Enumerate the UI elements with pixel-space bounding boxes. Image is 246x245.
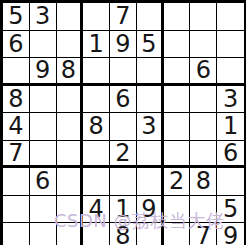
cell-r2c9[interactable] (217, 31, 244, 59)
cell-r5c7[interactable] (164, 113, 191, 141)
cell-r6c4[interactable] (83, 141, 110, 169)
cell-r7c6[interactable] (137, 168, 164, 196)
cell-r3c7[interactable] (164, 58, 191, 86)
cell-r5c3[interactable] (57, 113, 84, 141)
cell-r4c7[interactable] (164, 86, 191, 114)
cell-r6c7[interactable] (164, 141, 191, 169)
cell-r6c8[interactable] (190, 141, 217, 169)
cell-r5c1: 4 (3, 113, 30, 141)
cell-r5c2[interactable] (30, 113, 57, 141)
cell-r8c2[interactable] (30, 196, 57, 224)
cell-r7c4[interactable] (83, 168, 110, 196)
cell-r9c5: 8 (110, 223, 137, 245)
cell-r6c1: 7 (3, 141, 30, 169)
cell-r1c1: 5 (3, 3, 30, 31)
cell-r6c3[interactable] (57, 141, 84, 169)
cell-r9c9: 9 (217, 223, 244, 245)
cell-r1c6[interactable] (137, 3, 164, 31)
cell-r4c9: 3 (217, 86, 244, 114)
cell-r3c2: 9 (30, 58, 57, 86)
cell-r2c2[interactable] (30, 31, 57, 59)
cell-r3c9[interactable] (217, 58, 244, 86)
cell-r5c5[interactable] (110, 113, 137, 141)
cell-r7c7: 2 (164, 168, 191, 196)
cell-r1c9[interactable] (217, 3, 244, 31)
cell-r9c8: 7 (190, 223, 217, 245)
cell-r4c8[interactable] (190, 86, 217, 114)
cell-r4c3[interactable] (57, 86, 84, 114)
cell-r7c9[interactable] (217, 168, 244, 196)
cell-r2c6: 5 (137, 31, 164, 59)
cell-r2c8[interactable] (190, 31, 217, 59)
cell-r9c2[interactable] (30, 223, 57, 245)
cell-r8c3[interactable] (57, 196, 84, 224)
cell-r1c3[interactable] (57, 3, 84, 31)
cell-r1c4[interactable] (83, 3, 110, 31)
cell-r8c4: 4 (83, 196, 110, 224)
cell-r8c6: 9 (137, 196, 164, 224)
cell-r9c1[interactable] (3, 223, 30, 245)
cell-r9c7[interactable] (164, 223, 191, 245)
cell-r3c6[interactable] (137, 58, 164, 86)
cell-r2c1: 6 (3, 31, 30, 59)
cell-r2c5: 9 (110, 31, 137, 59)
sudoku-board: 537619598686348317266284195879 (0, 0, 246, 245)
cell-r3c5[interactable] (110, 58, 137, 86)
cell-r1c8[interactable] (190, 3, 217, 31)
cell-r4c5: 6 (110, 86, 137, 114)
cell-r3c8: 6 (190, 58, 217, 86)
cell-r1c5: 7 (110, 3, 137, 31)
cell-r5c6: 3 (137, 113, 164, 141)
cell-r2c3[interactable] (57, 31, 84, 59)
cell-r1c2: 3 (30, 3, 57, 31)
cell-r9c4[interactable] (83, 223, 110, 245)
cell-r2c4: 1 (83, 31, 110, 59)
cell-r9c3[interactable] (57, 223, 84, 245)
cell-r8c1[interactable] (3, 196, 30, 224)
cell-r1c7[interactable] (164, 3, 191, 31)
cell-r3c1[interactable] (3, 58, 30, 86)
cell-r4c1: 8 (3, 86, 30, 114)
cell-r5c4: 8 (83, 113, 110, 141)
cell-r4c2[interactable] (30, 86, 57, 114)
cell-r7c5[interactable] (110, 168, 137, 196)
cell-r7c3[interactable] (57, 168, 84, 196)
cell-r6c6[interactable] (137, 141, 164, 169)
cell-r9c6[interactable] (137, 223, 164, 245)
cell-r4c6[interactable] (137, 86, 164, 114)
cell-r6c2[interactable] (30, 141, 57, 169)
cell-r8c5: 1 (110, 196, 137, 224)
cell-r5c8[interactable] (190, 113, 217, 141)
cell-r8c9: 5 (217, 196, 244, 224)
cell-r2c7[interactable] (164, 31, 191, 59)
cell-r8c8[interactable] (190, 196, 217, 224)
cell-r7c8: 8 (190, 168, 217, 196)
cell-r4c4[interactable] (83, 86, 110, 114)
cell-r6c5: 2 (110, 141, 137, 169)
cell-r8c7[interactable] (164, 196, 191, 224)
cell-r7c2: 6 (30, 168, 57, 196)
cell-r6c9: 6 (217, 141, 244, 169)
cell-r5c9: 1 (217, 113, 244, 141)
cell-r3c3: 8 (57, 58, 84, 86)
cell-r3c4[interactable] (83, 58, 110, 86)
cell-r7c1[interactable] (3, 168, 30, 196)
